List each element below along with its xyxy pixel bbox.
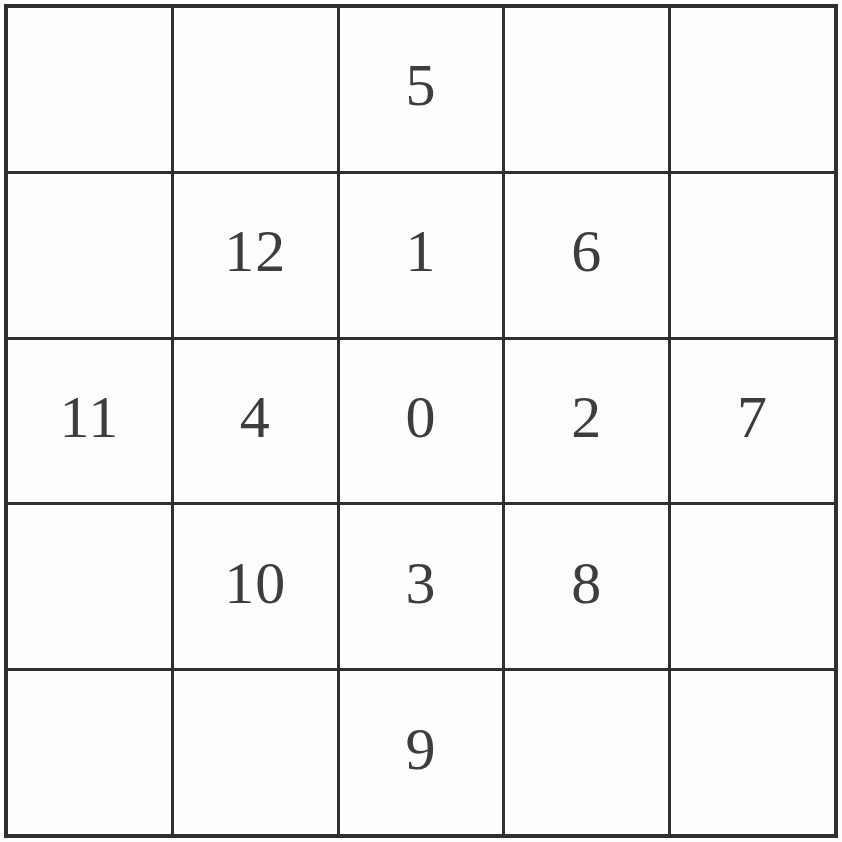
cell-number: 6 xyxy=(571,221,602,281)
grid-cell-r0c0 xyxy=(8,8,171,171)
grid-cell-r2c4: 7 xyxy=(671,340,834,503)
grid-cell-r1c2: 1 xyxy=(340,174,503,337)
grid-cell-r3c1: 10 xyxy=(174,505,337,668)
cell-number: 11 xyxy=(60,387,120,447)
cell-number: 10 xyxy=(224,553,286,613)
cell-number: 8 xyxy=(571,553,602,613)
cell-number: 12 xyxy=(224,221,286,281)
grid-cell-r4c4 xyxy=(671,671,834,834)
grid-cell-r1c1: 12 xyxy=(174,174,337,337)
grid-cell-r0c1 xyxy=(174,8,337,171)
grid-cell-r4c1 xyxy=(174,671,337,834)
grid-cell-r1c4 xyxy=(671,174,834,337)
grid-cell-r3c3: 8 xyxy=(505,505,668,668)
grid-cell-r4c2: 9 xyxy=(340,671,503,834)
grid-cell-r0c4 xyxy=(671,8,834,171)
grid-cell-r2c1: 4 xyxy=(174,340,337,503)
number-grid-board: 5121611402710389 xyxy=(4,4,838,838)
cell-number: 4 xyxy=(240,387,271,447)
cell-number: 9 xyxy=(405,719,436,779)
grid-cell-r3c2: 3 xyxy=(340,505,503,668)
grid-cell-r1c3: 6 xyxy=(505,174,668,337)
cell-number: 1 xyxy=(405,221,436,281)
cell-number: 7 xyxy=(737,387,768,447)
grid-cell-r2c2: 0 xyxy=(340,340,503,503)
cell-number: 0 xyxy=(405,387,436,447)
grid-cell-r2c0: 11 xyxy=(8,340,171,503)
grid-cell-r1c0 xyxy=(8,174,171,337)
grid-cell-r0c2: 5 xyxy=(340,8,503,171)
grid-cell-r4c3 xyxy=(505,671,668,834)
grid-cell-r3c0 xyxy=(8,505,171,668)
grid-cell-r4c0 xyxy=(8,671,171,834)
cell-number: 5 xyxy=(405,55,436,115)
grid-cell-r3c4 xyxy=(671,505,834,668)
page-background: 5121611402710389 xyxy=(0,0,842,842)
cell-number: 3 xyxy=(405,553,436,613)
cell-number: 2 xyxy=(571,387,602,447)
grid-cell-r0c3 xyxy=(505,8,668,171)
grid-cell-r2c3: 2 xyxy=(505,340,668,503)
